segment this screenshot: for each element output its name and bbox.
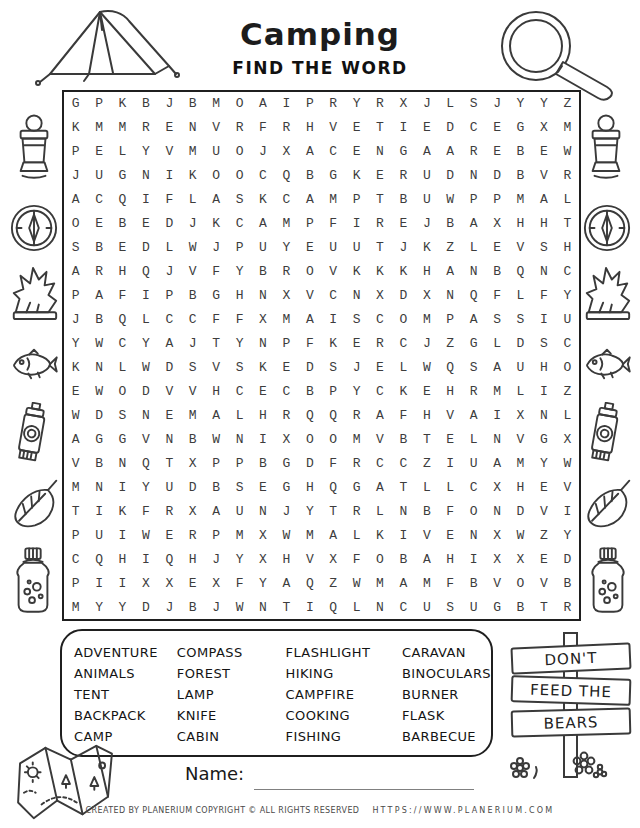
grid-cell[interactable]: N xyxy=(134,403,157,427)
grid-cell[interactable]: J xyxy=(64,164,87,188)
grid-cell[interactable]: U xyxy=(415,164,438,188)
grid-cell[interactable]: B xyxy=(439,212,462,236)
grid-cell[interactable]: J xyxy=(392,236,415,260)
grid-cell[interactable]: J xyxy=(345,356,368,380)
grid-cell[interactable]: V xyxy=(485,571,508,595)
grid-cell[interactable]: F xyxy=(228,308,251,332)
grid-cell[interactable]: B xyxy=(87,236,110,260)
grid-cell[interactable]: A xyxy=(251,212,274,236)
grid-cell[interactable]: A xyxy=(298,188,321,212)
grid-cell[interactable]: E xyxy=(485,116,508,140)
grid-cell[interactable]: S xyxy=(111,403,134,427)
grid-cell[interactable]: T xyxy=(64,499,87,523)
grid-cell[interactable]: N xyxy=(228,427,251,451)
name-input[interactable] xyxy=(254,764,474,790)
grid-cell[interactable]: J xyxy=(251,140,274,164)
grid-cell[interactable]: L xyxy=(134,308,157,332)
grid-cell[interactable]: Z xyxy=(415,451,438,475)
grid-cell[interactable]: W xyxy=(556,451,579,475)
grid-cell[interactable]: G xyxy=(485,595,508,619)
grid-cell[interactable]: H xyxy=(111,260,134,284)
grid-cell[interactable]: J xyxy=(415,212,438,236)
grid-cell[interactable]: G xyxy=(509,116,532,140)
grid-cell[interactable]: Q xyxy=(87,547,110,571)
grid-cell[interactable]: A xyxy=(439,260,462,284)
grid-cell[interactable]: F xyxy=(345,547,368,571)
grid-cell[interactable]: W xyxy=(345,571,368,595)
grid-cell[interactable]: I xyxy=(556,499,579,523)
grid-cell[interactable]: J xyxy=(64,308,87,332)
grid-cell[interactable]: W xyxy=(415,356,438,380)
grid-cell[interactable]: C xyxy=(321,284,344,308)
grid-cell[interactable]: C xyxy=(392,332,415,356)
grid-cell[interactable]: B xyxy=(204,475,227,499)
grid-cell[interactable]: B xyxy=(392,188,415,212)
grid-cell[interactable]: B xyxy=(392,547,415,571)
grid-cell[interactable]: E xyxy=(485,236,508,260)
grid-cell[interactable]: F xyxy=(321,451,344,475)
grid-cell[interactable]: E xyxy=(532,140,555,164)
grid-cell[interactable]: X xyxy=(181,451,204,475)
grid-cell[interactable]: E xyxy=(345,332,368,356)
grid-cell[interactable]: V xyxy=(321,116,344,140)
grid-cell[interactable]: Z xyxy=(439,332,462,356)
grid-cell[interactable]: C xyxy=(251,164,274,188)
grid-cell[interactable]: M xyxy=(204,92,227,116)
grid-cell[interactable]: D xyxy=(298,356,321,380)
grid-cell[interactable]: N xyxy=(485,427,508,451)
grid-cell[interactable]: S xyxy=(228,475,251,499)
grid-cell[interactable]: I xyxy=(111,523,134,547)
grid-cell[interactable]: U xyxy=(509,356,532,380)
grid-cell[interactable]: R xyxy=(345,451,368,475)
grid-cell[interactable]: O xyxy=(228,140,251,164)
grid-cell[interactable]: A xyxy=(64,427,87,451)
grid-cell[interactable]: M xyxy=(485,379,508,403)
grid-cell[interactable]: P xyxy=(64,284,87,308)
grid-cell[interactable]: V xyxy=(298,284,321,308)
grid-cell[interactable]: B xyxy=(415,499,438,523)
grid-cell[interactable]: N xyxy=(87,475,110,499)
grid-cell[interactable]: D xyxy=(556,547,579,571)
grid-cell[interactable]: E xyxy=(181,571,204,595)
grid-cell[interactable]: J xyxy=(485,92,508,116)
grid-cell[interactable]: D xyxy=(439,164,462,188)
grid-cell[interactable]: A xyxy=(415,547,438,571)
grid-cell[interactable]: N xyxy=(251,499,274,523)
grid-cell[interactable]: O xyxy=(228,164,251,188)
grid-cell[interactable]: F xyxy=(204,260,227,284)
grid-cell[interactable]: H xyxy=(532,212,555,236)
grid-cell[interactable]: O xyxy=(368,547,391,571)
grid-cell[interactable]: Y xyxy=(509,92,532,116)
grid-cell[interactable]: Q xyxy=(275,164,298,188)
grid-cell[interactable]: A xyxy=(439,140,462,164)
grid-cell[interactable]: L xyxy=(462,236,485,260)
grid-cell[interactable]: U xyxy=(228,499,251,523)
grid-cell[interactable]: N xyxy=(251,595,274,619)
grid-cell[interactable]: D xyxy=(509,499,532,523)
grid-cell[interactable]: S xyxy=(228,356,251,380)
grid-cell[interactable]: A xyxy=(275,571,298,595)
grid-cell[interactable]: P xyxy=(64,140,87,164)
grid-cell[interactable]: L xyxy=(228,403,251,427)
grid-cell[interactable]: D xyxy=(181,475,204,499)
grid-cell[interactable]: R xyxy=(87,260,110,284)
grid-cell[interactable]: A xyxy=(392,571,415,595)
grid-cell[interactable]: C xyxy=(368,451,391,475)
grid-cell[interactable]: Q xyxy=(321,403,344,427)
grid-cell[interactable]: V xyxy=(532,164,555,188)
grid-cell[interactable]: R xyxy=(368,212,391,236)
grid-cell[interactable]: L xyxy=(158,236,181,260)
grid-cell[interactable]: G xyxy=(462,332,485,356)
grid-cell[interactable]: N xyxy=(251,284,274,308)
grid-cell[interactable]: L xyxy=(462,427,485,451)
grid-cell[interactable]: R xyxy=(556,595,579,619)
grid-cell[interactable]: W xyxy=(275,523,298,547)
grid-cell[interactable]: A xyxy=(87,284,110,308)
grid-cell[interactable]: B xyxy=(556,571,579,595)
grid-cell[interactable]: V xyxy=(64,451,87,475)
grid-cell[interactable]: G xyxy=(111,427,134,451)
grid-cell[interactable]: O xyxy=(298,427,321,451)
grid-cell[interactable]: H xyxy=(415,260,438,284)
grid-cell[interactable]: H xyxy=(439,379,462,403)
grid-cell[interactable]: G xyxy=(87,427,110,451)
grid-cell[interactable]: O xyxy=(204,164,227,188)
grid-cell[interactable]: A xyxy=(368,475,391,499)
grid-cell[interactable]: R xyxy=(275,116,298,140)
grid-cell[interactable]: Y xyxy=(134,140,157,164)
grid-cell[interactable]: O xyxy=(321,427,344,451)
grid-cell[interactable]: L xyxy=(345,523,368,547)
grid-cell[interactable]: L xyxy=(111,356,134,380)
grid-cell[interactable]: A xyxy=(158,332,181,356)
grid-cell[interactable]: Q xyxy=(298,571,321,595)
grid-cell[interactable]: V xyxy=(321,260,344,284)
grid-cell[interactable]: G xyxy=(64,92,87,116)
grid-cell[interactable]: N xyxy=(345,284,368,308)
grid-cell[interactable]: N xyxy=(368,140,391,164)
grid-cell[interactable]: Q xyxy=(111,188,134,212)
grid-cell[interactable]: O xyxy=(298,260,321,284)
grid-cell[interactable]: P xyxy=(321,379,344,403)
grid-cell[interactable]: Y xyxy=(87,595,110,619)
grid-cell[interactable]: Q xyxy=(439,356,462,380)
grid-cell[interactable]: X xyxy=(204,571,227,595)
grid-cell[interactable]: L xyxy=(509,379,532,403)
grid-cell[interactable]: F xyxy=(251,116,274,140)
grid-cell[interactable]: Q xyxy=(462,284,485,308)
grid-cell[interactable]: R xyxy=(556,164,579,188)
grid-cell[interactable]: U xyxy=(345,236,368,260)
grid-cell[interactable]: E xyxy=(251,475,274,499)
grid-cell[interactable]: D xyxy=(509,332,532,356)
grid-cell[interactable]: Q xyxy=(158,547,181,571)
grid-cell[interactable]: B xyxy=(251,451,274,475)
grid-cell[interactable]: M xyxy=(509,451,532,475)
grid-cell[interactable]: C xyxy=(158,308,181,332)
grid-cell[interactable]: P xyxy=(228,451,251,475)
grid-cell[interactable]: G xyxy=(111,164,134,188)
grid-cell[interactable]: E xyxy=(532,475,555,499)
grid-cell[interactable]: N xyxy=(251,332,274,356)
grid-cell[interactable]: W xyxy=(228,595,251,619)
grid-cell[interactable]: U xyxy=(321,236,344,260)
grid-cell[interactable]: P xyxy=(462,188,485,212)
grid-cell[interactable]: Y xyxy=(556,523,579,547)
grid-cell[interactable]: K xyxy=(368,260,391,284)
grid-cell[interactable]: P xyxy=(158,284,181,308)
grid-cell[interactable]: O xyxy=(392,308,415,332)
grid-cell[interactable]: C xyxy=(275,379,298,403)
grid-cell[interactable]: E xyxy=(134,212,157,236)
grid-cell[interactable]: E xyxy=(415,379,438,403)
grid-cell[interactable]: X xyxy=(485,547,508,571)
grid-cell[interactable]: V xyxy=(556,475,579,499)
grid-cell[interactable]: H xyxy=(275,547,298,571)
grid-cell[interactable]: C xyxy=(556,332,579,356)
grid-cell[interactable]: A xyxy=(532,188,555,212)
grid-cell[interactable]: T xyxy=(204,332,227,356)
grid-cell[interactable]: J xyxy=(415,92,438,116)
grid-cell[interactable]: L xyxy=(368,499,391,523)
grid-cell[interactable]: V xyxy=(439,403,462,427)
grid-cell[interactable]: L xyxy=(439,92,462,116)
grid-cell[interactable]: I xyxy=(439,451,462,475)
grid-cell[interactable]: E xyxy=(64,379,87,403)
grid-cell[interactable]: V xyxy=(509,236,532,260)
grid-cell[interactable]: I xyxy=(532,379,555,403)
grid-cell[interactable]: L xyxy=(392,356,415,380)
grid-cell[interactable]: B xyxy=(509,595,532,619)
grid-cell[interactable]: E xyxy=(532,547,555,571)
grid-cell[interactable]: S xyxy=(532,236,555,260)
grid-cell[interactable]: N xyxy=(134,164,157,188)
grid-cell[interactable]: Y xyxy=(111,595,134,619)
grid-cell[interactable]: E xyxy=(392,212,415,236)
grid-cell[interactable]: I xyxy=(462,547,485,571)
grid-cell[interactable]: B xyxy=(485,260,508,284)
grid-cell[interactable]: Z xyxy=(556,92,579,116)
grid-cell[interactable]: M xyxy=(181,140,204,164)
grid-cell[interactable]: B xyxy=(87,308,110,332)
grid-cell[interactable]: P xyxy=(275,332,298,356)
grid-cell[interactable]: P xyxy=(485,188,508,212)
grid-cell[interactable]: H xyxy=(111,547,134,571)
grid-cell[interactable]: O xyxy=(556,356,579,380)
grid-cell[interactable]: L xyxy=(415,475,438,499)
grid-cell[interactable]: M xyxy=(345,427,368,451)
grid-cell[interactable]: K xyxy=(181,164,204,188)
grid-cell[interactable]: X xyxy=(158,571,181,595)
grid-cell[interactable]: S xyxy=(228,188,251,212)
grid-cell[interactable]: A xyxy=(64,260,87,284)
grid-cell[interactable]: U xyxy=(158,475,181,499)
grid-cell[interactable]: G xyxy=(275,451,298,475)
grid-cell[interactable]: Y xyxy=(228,332,251,356)
grid-cell[interactable]: P xyxy=(298,92,321,116)
grid-cell[interactable]: V xyxy=(181,379,204,403)
grid-cell[interactable]: U xyxy=(556,308,579,332)
grid-cell[interactable]: T xyxy=(321,499,344,523)
grid-cell[interactable]: Y xyxy=(134,332,157,356)
grid-cell[interactable]: X xyxy=(275,140,298,164)
grid-cell[interactable]: S xyxy=(64,236,87,260)
grid-cell[interactable]: E xyxy=(275,356,298,380)
grid-cell[interactable]: F xyxy=(298,332,321,356)
grid-cell[interactable]: R xyxy=(462,140,485,164)
grid-cell[interactable]: S xyxy=(462,356,485,380)
grid-cell[interactable]: X xyxy=(556,427,579,451)
grid-cell[interactable]: U xyxy=(462,595,485,619)
grid-cell[interactable]: I xyxy=(158,164,181,188)
grid-cell[interactable]: X xyxy=(275,284,298,308)
grid-cell[interactable]: Z xyxy=(321,571,344,595)
grid-cell[interactable]: B xyxy=(181,284,204,308)
grid-cell[interactable]: M xyxy=(415,571,438,595)
grid-cell[interactable]: X xyxy=(485,212,508,236)
grid-cell[interactable]: T xyxy=(556,212,579,236)
grid-cell[interactable]: X xyxy=(509,547,532,571)
grid-cell[interactable]: F xyxy=(158,188,181,212)
grid-cell[interactable]: P xyxy=(87,92,110,116)
grid-cell[interactable]: V xyxy=(509,427,532,451)
grid-cell[interactable]: Y xyxy=(134,475,157,499)
grid-cell[interactable]: W xyxy=(87,379,110,403)
grid-cell[interactable]: R xyxy=(345,499,368,523)
grid-cell[interactable]: N xyxy=(111,451,134,475)
grid-cell[interactable]: I xyxy=(392,523,415,547)
grid-cell[interactable]: N xyxy=(462,260,485,284)
grid-cell[interactable]: V xyxy=(204,116,227,140)
grid-cell[interactable]: K xyxy=(204,212,227,236)
grid-cell[interactable]: Q xyxy=(321,595,344,619)
grid-cell[interactable]: H xyxy=(298,475,321,499)
grid-cell[interactable]: C xyxy=(392,595,415,619)
grid-cell[interactable]: O xyxy=(462,499,485,523)
grid-cell[interactable]: H xyxy=(228,284,251,308)
grid-cell[interactable]: X xyxy=(415,284,438,308)
grid-cell[interactable]: F xyxy=(228,571,251,595)
grid-cell[interactable]: Y xyxy=(275,236,298,260)
grid-cell[interactable]: N xyxy=(368,595,391,619)
grid-cell[interactable]: G xyxy=(392,140,415,164)
grid-cell[interactable]: K xyxy=(251,356,274,380)
grid-cell[interactable]: S xyxy=(485,308,508,332)
grid-cell[interactable]: X xyxy=(134,571,157,595)
grid-cell[interactable]: I xyxy=(321,308,344,332)
grid-cell[interactable]: C xyxy=(275,188,298,212)
grid-cell[interactable]: X xyxy=(275,427,298,451)
grid-cell[interactable]: C xyxy=(228,212,251,236)
grid-cell[interactable]: H xyxy=(509,212,532,236)
grid-cell[interactable]: J xyxy=(158,260,181,284)
grid-cell[interactable]: E xyxy=(439,523,462,547)
grid-cell[interactable]: P xyxy=(204,523,227,547)
grid-cell[interactable]: A xyxy=(204,499,227,523)
grid-cell[interactable]: V xyxy=(158,140,181,164)
grid-cell[interactable]: V xyxy=(532,499,555,523)
grid-cell[interactable]: Q xyxy=(298,403,321,427)
grid-cell[interactable]: D xyxy=(392,284,415,308)
grid-cell[interactable]: J xyxy=(275,499,298,523)
grid-cell[interactable]: M xyxy=(415,308,438,332)
grid-cell[interactable]: H xyxy=(556,236,579,260)
grid-cell[interactable]: Q xyxy=(134,260,157,284)
grid-cell[interactable]: D xyxy=(134,379,157,403)
grid-cell[interactable]: M xyxy=(228,523,251,547)
grid-cell[interactable]: T xyxy=(415,427,438,451)
grid-cell[interactable]: E xyxy=(251,379,274,403)
grid-cell[interactable]: D xyxy=(87,403,110,427)
grid-cell[interactable]: V xyxy=(181,260,204,284)
grid-cell[interactable]: T xyxy=(158,451,181,475)
grid-cell[interactable]: N xyxy=(532,403,555,427)
grid-cell[interactable]: B xyxy=(111,212,134,236)
grid-cell[interactable]: A xyxy=(462,403,485,427)
grid-cell[interactable]: T xyxy=(275,595,298,619)
grid-cell[interactable]: N xyxy=(392,499,415,523)
grid-cell[interactable]: U xyxy=(462,451,485,475)
grid-cell[interactable]: C xyxy=(368,379,391,403)
grid-cell[interactable]: G xyxy=(204,284,227,308)
grid-cell[interactable]: C xyxy=(368,308,391,332)
grid-cell[interactable]: M xyxy=(298,523,321,547)
grid-cell[interactable]: M xyxy=(64,475,87,499)
grid-cell[interactable]: G xyxy=(275,475,298,499)
grid-cell[interactable]: E xyxy=(87,212,110,236)
grid-cell[interactable]: E xyxy=(368,356,391,380)
grid-cell[interactable]: Y xyxy=(532,451,555,475)
grid-cell[interactable]: W xyxy=(509,523,532,547)
grid-cell[interactable]: V xyxy=(204,356,227,380)
grid-cell[interactable]: U xyxy=(415,188,438,212)
grid-cell[interactable]: N xyxy=(158,427,181,451)
grid-cell[interactable]: M xyxy=(509,188,532,212)
grid-cell[interactable]: Y xyxy=(532,92,555,116)
grid-cell[interactable]: C xyxy=(181,308,204,332)
grid-cell[interactable]: V xyxy=(134,427,157,451)
grid-cell[interactable]: E xyxy=(345,116,368,140)
grid-cell[interactable]: W xyxy=(134,356,157,380)
grid-cell[interactable]: K xyxy=(392,379,415,403)
grid-cell[interactable]: C xyxy=(321,140,344,164)
grid-cell[interactable]: F xyxy=(204,308,227,332)
grid-cell[interactable]: N xyxy=(87,356,110,380)
grid-cell[interactable]: S xyxy=(321,356,344,380)
grid-cell[interactable]: N xyxy=(462,164,485,188)
grid-cell[interactable]: U xyxy=(415,595,438,619)
grid-cell[interactable]: X xyxy=(509,403,532,427)
grid-cell[interactable]: D xyxy=(134,236,157,260)
grid-cell[interactable]: M xyxy=(181,403,204,427)
grid-cell[interactable]: P xyxy=(298,212,321,236)
grid-cell[interactable]: S xyxy=(439,595,462,619)
grid-cell[interactable]: K xyxy=(415,236,438,260)
grid-cell[interactable]: D xyxy=(158,212,181,236)
grid-cell[interactable]: M xyxy=(556,116,579,140)
grid-cell[interactable]: B xyxy=(298,379,321,403)
grid-cell[interactable]: D xyxy=(439,116,462,140)
grid-cell[interactable]: N xyxy=(462,523,485,547)
grid-cell[interactable]: U xyxy=(204,140,227,164)
grid-cell[interactable]: X xyxy=(368,284,391,308)
grid-cell[interactable]: I xyxy=(392,116,415,140)
grid-cell[interactable]: E xyxy=(87,140,110,164)
grid-cell[interactable]: K xyxy=(64,356,87,380)
